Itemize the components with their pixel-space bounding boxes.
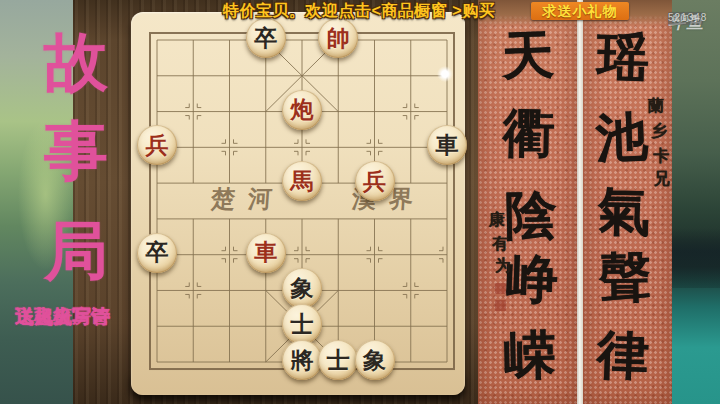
xiangqi-piece-red[interactable]: 炮 [282,90,322,130]
calligraphy-scroll-right: 瑶 池 氣 聲 律 蘭 乡 卡 兄 [583,0,672,404]
gift-request-button[interactable]: 求送小礼物 [531,2,629,20]
channel-title-char-3: 局 [40,219,112,283]
channel-title-char-2: 事 [40,119,112,183]
annotation-char: 乡 [649,123,669,139]
signature-char: 有 [490,236,510,252]
annotation-char: 蘭 [646,98,666,114]
xiangqi-piece-red[interactable]: 帥 [318,18,358,58]
calligraphy-char: 聲 [595,251,656,304]
xiangqi-piece-black[interactable]: 士 [318,340,358,380]
calligraphy-char: 律 [592,329,654,383]
calligraphy-char: 池 [591,111,653,165]
river-label-chu-he: 楚河 [210,183,286,215]
seal-stamp [495,300,506,311]
xiangqi-piece-black[interactable]: 象 [355,340,395,380]
calligraphy-char: 瑶 [592,31,654,85]
xiangqi-piece-black[interactable]: 卒 [137,233,177,273]
channel-title-char-1: 故 [40,30,112,94]
calligraphy-char: 嵘 [500,329,561,382]
annotation-char: 卡 [651,148,671,164]
gift-rule-item: 送超火写诗 [15,303,110,330]
background-greenery-right [672,0,720,404]
signature-char: 康 [487,212,507,228]
xiangqi-piece-red[interactable]: 兵 [355,161,395,201]
xiangqi-piece-red[interactable]: 車 [246,233,286,273]
calligraphy-char: 氣 [594,185,655,238]
stream-frame: 楚河 漢界 卒帥炮兵車馬兵卒車象士將士象 故 事 局 飞机上房管 送飞机写诗 送… [0,0,720,404]
annotation-char: 兄 [652,171,672,187]
calligraphy-char: 天 [497,29,559,83]
xiangqi-piece-black[interactable]: 將 [282,340,322,380]
calligraphy-char: 衢 [499,107,560,160]
signature-char: 为 [493,258,513,274]
calligraphy-scroll-left: 天 衢 陰 峥 嵘 康 有 为 [478,0,577,404]
xiangqi-piece-black[interactable]: 卒 [246,18,286,58]
xiangqi-piece-red[interactable]: 馬 [282,161,322,201]
cursor-sparkle [437,66,453,82]
room-number-value: 521348 [668,12,707,23]
seal-stamp [495,283,506,294]
calligraphy-char: 陰 [501,189,562,242]
shop-banner-text[interactable]: 特价宝贝。欢迎点击<商品橱窗 >购买 [223,1,495,21]
xiangqi-piece-black[interactable]: 士 [282,304,322,344]
